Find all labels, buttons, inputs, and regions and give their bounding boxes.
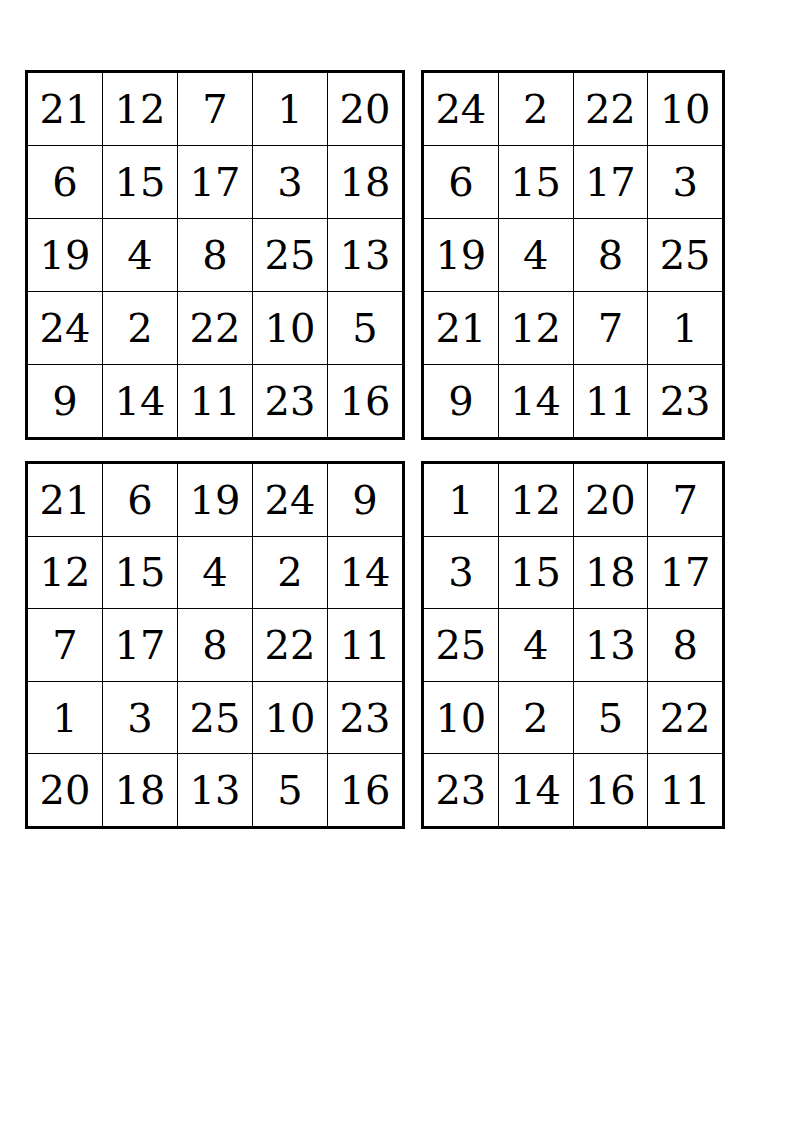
grid-cell[interactable]: 10	[648, 73, 722, 145]
grid-cell[interactable]: 1	[253, 73, 327, 145]
grid-cell[interactable]: 16	[328, 754, 402, 826]
schulte-grid-top-left: 2112712061517318194825132422210591411231…	[25, 70, 405, 440]
grid-cell[interactable]: 8	[178, 219, 252, 291]
grid-cell[interactable]: 23	[424, 754, 498, 826]
grid-cell[interactable]: 3	[253, 146, 327, 218]
grid-cell[interactable]: 7	[28, 609, 102, 681]
grid-cell[interactable]: 8	[574, 219, 648, 291]
grid-cell[interactable]: 2	[499, 73, 573, 145]
grid-cell[interactable]: 16	[574, 754, 648, 826]
grid-cell[interactable]: 4	[499, 609, 573, 681]
grid-cell[interactable]: 9	[424, 365, 498, 437]
grid-cell[interactable]: 3	[648, 146, 722, 218]
schulte-grid-bottom-right: 112207315181725413810252223141611	[421, 461, 725, 829]
grid-cell[interactable]: 1	[648, 292, 722, 364]
grid-cell[interactable]: 13	[178, 754, 252, 826]
grid-cell[interactable]: 23	[328, 682, 402, 754]
grid-cell[interactable]: 12	[28, 537, 102, 609]
grid-cell[interactable]: 2	[253, 537, 327, 609]
schulte-grid-bottom-left: 2161924912154214717822111325102320181351…	[25, 461, 405, 829]
grid-cell[interactable]: 5	[253, 754, 327, 826]
grid-cell[interactable]: 17	[103, 609, 177, 681]
grid-cell[interactable]: 14	[499, 754, 573, 826]
grid-cell[interactable]: 23	[648, 365, 722, 437]
grid-cell[interactable]: 18	[574, 537, 648, 609]
grid-cell[interactable]: 9	[28, 365, 102, 437]
grid-cell[interactable]: 15	[103, 146, 177, 218]
grid-cell[interactable]: 20	[328, 73, 402, 145]
grid-cell[interactable]: 8	[178, 609, 252, 681]
grid-cell[interactable]: 25	[424, 609, 498, 681]
grid-cell[interactable]: 3	[424, 537, 498, 609]
grid-cell[interactable]: 17	[178, 146, 252, 218]
grid-cell[interactable]: 25	[648, 219, 722, 291]
grid-cell[interactable]: 25	[253, 219, 327, 291]
grid-cell[interactable]: 2	[103, 292, 177, 364]
grid-cell[interactable]: 7	[574, 292, 648, 364]
grid-cell[interactable]: 18	[103, 754, 177, 826]
grid-cell[interactable]: 19	[178, 464, 252, 536]
grid-cell[interactable]: 16	[328, 365, 402, 437]
grid-cell[interactable]: 10	[253, 292, 327, 364]
grid-cell[interactable]: 12	[499, 292, 573, 364]
grid-cell[interactable]: 19	[424, 219, 498, 291]
grid-cell[interactable]: 24	[424, 73, 498, 145]
grid-cell[interactable]: 10	[424, 682, 498, 754]
grid-cell[interactable]: 11	[648, 754, 722, 826]
grid-cell[interactable]: 25	[178, 682, 252, 754]
grid-cell[interactable]: 21	[28, 73, 102, 145]
grid-cell[interactable]: 14	[328, 537, 402, 609]
grid-cell[interactable]: 13	[574, 609, 648, 681]
grid-cell[interactable]: 14	[103, 365, 177, 437]
grid-cell[interactable]: 24	[253, 464, 327, 536]
worksheet-page: 2112712061517318194825132422210591411231…	[0, 0, 793, 1122]
grid-cell[interactable]: 9	[328, 464, 402, 536]
grid-cell[interactable]: 11	[328, 609, 402, 681]
grid-cell[interactable]: 14	[499, 365, 573, 437]
grid-cell[interactable]: 21	[424, 292, 498, 364]
grid-cell[interactable]: 4	[103, 219, 177, 291]
grid-cell[interactable]: 24	[28, 292, 102, 364]
grid-cell[interactable]: 12	[499, 464, 573, 536]
grid-cell[interactable]: 22	[574, 73, 648, 145]
grid-cell[interactable]: 6	[103, 464, 177, 536]
grid-cell[interactable]: 6	[28, 146, 102, 218]
grid-cell[interactable]: 12	[103, 73, 177, 145]
grid-cell[interactable]: 22	[648, 682, 722, 754]
grid-cell[interactable]: 17	[574, 146, 648, 218]
grid-cell[interactable]: 21	[28, 464, 102, 536]
grid-cell[interactable]: 5	[574, 682, 648, 754]
grid-cell[interactable]: 19	[28, 219, 102, 291]
grid-cell[interactable]: 11	[178, 365, 252, 437]
grid-cell[interactable]: 10	[253, 682, 327, 754]
grid-cell[interactable]: 7	[648, 464, 722, 536]
grid-cell[interactable]: 7	[178, 73, 252, 145]
grid-cell[interactable]: 17	[648, 537, 722, 609]
grid-cell[interactable]: 1	[424, 464, 498, 536]
grid-cell[interactable]: 20	[28, 754, 102, 826]
grid-cell[interactable]: 22	[178, 292, 252, 364]
grid-cell[interactable]: 4	[178, 537, 252, 609]
grid-cell[interactable]: 13	[328, 219, 402, 291]
grid-cell[interactable]: 6	[424, 146, 498, 218]
grid-cell[interactable]: 5	[328, 292, 402, 364]
grid-cell[interactable]: 18	[328, 146, 402, 218]
schulte-grid-top-right: 24222106151731948252112719141123	[421, 70, 725, 440]
grid-cell[interactable]: 22	[253, 609, 327, 681]
grid-cell[interactable]: 15	[103, 537, 177, 609]
grid-cell[interactable]: 3	[103, 682, 177, 754]
grid-cell[interactable]: 1	[28, 682, 102, 754]
grid-cell[interactable]: 15	[499, 537, 573, 609]
grid-cell[interactable]: 2	[499, 682, 573, 754]
grid-cell[interactable]: 11	[574, 365, 648, 437]
grid-cell[interactable]: 23	[253, 365, 327, 437]
grid-cell[interactable]: 8	[648, 609, 722, 681]
grid-cell[interactable]: 4	[499, 219, 573, 291]
grid-cell[interactable]: 15	[499, 146, 573, 218]
grid-cell[interactable]: 20	[574, 464, 648, 536]
